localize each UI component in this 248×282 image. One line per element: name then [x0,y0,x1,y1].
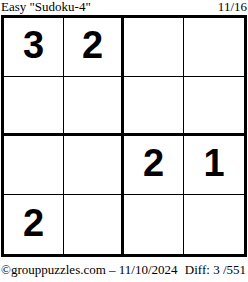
cell-r3c1[interactable] [4,136,64,195]
cell-r1c2: 2 [64,18,124,77]
cell-r1c1: 3 [4,18,64,77]
footer: ©grouppuzzles.com – 11/10/2024 Diff: 3 /… [0,257,248,277]
cell-r3c2[interactable] [64,136,124,195]
puzzle-counter: 11/16 [218,0,247,14]
cell-r4c4[interactable] [184,195,244,254]
cell-r3c4: 1 [184,136,244,195]
cell-r1c4[interactable] [184,18,244,77]
cell-r2c2[interactable] [64,77,124,136]
difficulty-text: Diff: 3 /551 [185,263,246,277]
sudoku-board: 32212 [1,15,247,257]
cell-r1c3[interactable] [124,18,184,77]
cell-r2c1[interactable] [4,77,64,136]
copyright-text: ©grouppuzzles.com – 11/10/2024 [1,263,178,277]
cell-r4c2[interactable] [64,195,124,254]
cell-r4c1: 2 [4,195,64,254]
puzzle-title: Easy "Sudoku-4" [1,0,91,14]
header: Easy "Sudoku-4" 11/16 [0,0,248,15]
cell-r2c3[interactable] [124,77,184,136]
cell-r3c3: 2 [124,136,184,195]
cell-r2c4[interactable] [184,77,244,136]
cell-r4c3[interactable] [124,195,184,254]
